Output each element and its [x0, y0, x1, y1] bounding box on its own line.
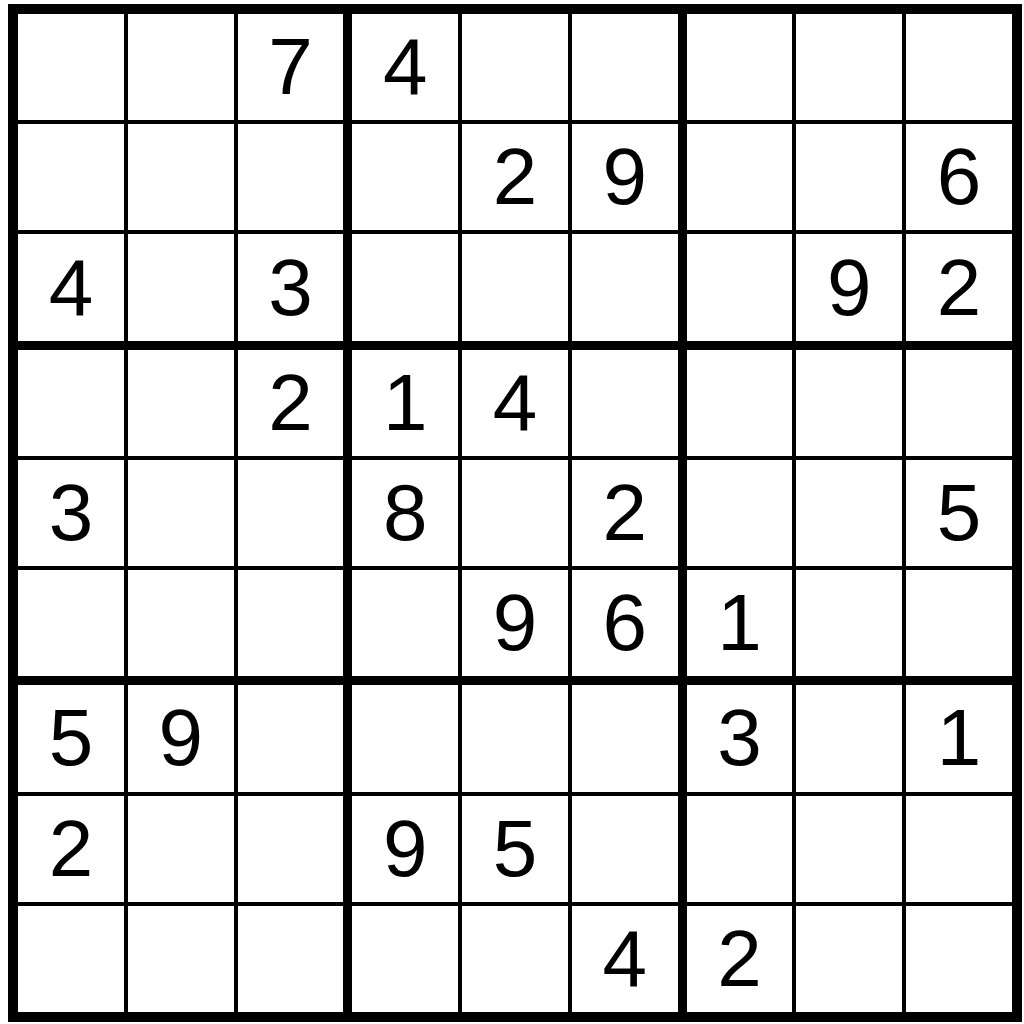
sudoku-board: 7434296922314829651592954312: [8, 4, 1022, 1022]
cell-r7c1: 5: [18, 685, 124, 791]
cell-r5c6: 2: [572, 460, 678, 566]
cell-r9c3[interactable]: [238, 906, 344, 1012]
cell-r6c4[interactable]: [352, 570, 458, 676]
cell-r9c9[interactable]: [906, 906, 1012, 1012]
cell-r1c7[interactable]: [687, 14, 793, 120]
box-9: 312: [687, 685, 1012, 1012]
cell-r9c4[interactable]: [352, 906, 458, 1012]
cell-r4c2[interactable]: [128, 350, 234, 456]
cell-r6c2[interactable]: [128, 570, 234, 676]
cell-r9c5[interactable]: [462, 906, 568, 1012]
cell-r7c5[interactable]: [462, 685, 568, 791]
cell-r6c1[interactable]: [18, 570, 124, 676]
cell-r4c3: 2: [238, 350, 344, 456]
cell-r4c5: 4: [462, 350, 568, 456]
cell-r8c1: 2: [18, 796, 124, 902]
cell-r3c9: 2: [906, 234, 1012, 340]
cell-r1c5[interactable]: [462, 14, 568, 120]
cell-r4c1[interactable]: [18, 350, 124, 456]
cell-r1c4: 4: [352, 14, 458, 120]
cell-r9c1[interactable]: [18, 906, 124, 1012]
cell-r4c8[interactable]: [796, 350, 902, 456]
cell-r6c6: 6: [572, 570, 678, 676]
cell-r3c1: 4: [18, 234, 124, 340]
cell-r1c2[interactable]: [128, 14, 234, 120]
cell-r7c9: 1: [906, 685, 1012, 791]
cell-r4c7[interactable]: [687, 350, 793, 456]
cell-r5c3[interactable]: [238, 460, 344, 566]
cell-r5c8[interactable]: [796, 460, 902, 566]
cell-r7c6[interactable]: [572, 685, 678, 791]
cell-r3c2[interactable]: [128, 234, 234, 340]
box-5: 148296: [352, 350, 677, 677]
box-7: 592: [18, 685, 343, 1012]
box-2: 429: [352, 14, 677, 341]
page: 7434296922314829651592954312: [0, 0, 1024, 1024]
cell-r3c8: 9: [796, 234, 902, 340]
cell-r9c7: 2: [687, 906, 793, 1012]
cell-r2c1[interactable]: [18, 124, 124, 230]
box-3: 692: [687, 14, 1012, 341]
cell-r5c2[interactable]: [128, 460, 234, 566]
cell-r2c4[interactable]: [352, 124, 458, 230]
cell-r1c1[interactable]: [18, 14, 124, 120]
cell-r6c7: 1: [687, 570, 793, 676]
cell-r6c5: 9: [462, 570, 568, 676]
cell-r7c3[interactable]: [238, 685, 344, 791]
cell-r8c7[interactable]: [687, 796, 793, 902]
cell-r5c9: 5: [906, 460, 1012, 566]
cell-r2c6: 9: [572, 124, 678, 230]
cell-r8c2[interactable]: [128, 796, 234, 902]
box-4: 23: [18, 350, 343, 677]
cell-r9c6: 4: [572, 906, 678, 1012]
cell-r2c8[interactable]: [796, 124, 902, 230]
cell-r8c5: 5: [462, 796, 568, 902]
cell-r5c5[interactable]: [462, 460, 568, 566]
cell-r2c5: 2: [462, 124, 568, 230]
cell-r6c8[interactable]: [796, 570, 902, 676]
cell-r3c4[interactable]: [352, 234, 458, 340]
box-6: 51: [687, 350, 1012, 677]
cell-r2c9: 6: [906, 124, 1012, 230]
cell-r4c6[interactable]: [572, 350, 678, 456]
cell-r9c2[interactable]: [128, 906, 234, 1012]
cell-r3c3: 3: [238, 234, 344, 340]
cell-r1c9[interactable]: [906, 14, 1012, 120]
cell-r7c7: 3: [687, 685, 793, 791]
cell-r2c3[interactable]: [238, 124, 344, 230]
box-1: 743: [18, 14, 343, 341]
cell-r5c1: 3: [18, 460, 124, 566]
cell-r5c4: 8: [352, 460, 458, 566]
cell-r3c7[interactable]: [687, 234, 793, 340]
cell-r4c9[interactable]: [906, 350, 1012, 456]
cell-r8c8[interactable]: [796, 796, 902, 902]
cell-r6c9[interactable]: [906, 570, 1012, 676]
cell-r8c3[interactable]: [238, 796, 344, 902]
cell-r1c6[interactable]: [572, 14, 678, 120]
cell-r2c7[interactable]: [687, 124, 793, 230]
cell-r7c4[interactable]: [352, 685, 458, 791]
cell-r5c7[interactable]: [687, 460, 793, 566]
box-8: 954: [352, 685, 677, 1012]
cell-r4c4: 1: [352, 350, 458, 456]
cell-r8c9[interactable]: [906, 796, 1012, 902]
cell-r7c8[interactable]: [796, 685, 902, 791]
cell-r7c2: 9: [128, 685, 234, 791]
cell-r1c8[interactable]: [796, 14, 902, 120]
cell-r3c6[interactable]: [572, 234, 678, 340]
cell-r6c3[interactable]: [238, 570, 344, 676]
cell-r8c6[interactable]: [572, 796, 678, 902]
cell-r8c4: 9: [352, 796, 458, 902]
cell-r3c5[interactable]: [462, 234, 568, 340]
cell-r1c3: 7: [238, 14, 344, 120]
cell-r2c2[interactable]: [128, 124, 234, 230]
cell-r9c8[interactable]: [796, 906, 902, 1012]
